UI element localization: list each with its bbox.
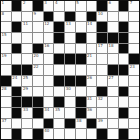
grid-cell[interactable]	[22, 119, 32, 129]
block-cell	[97, 33, 107, 43]
clue-number: 28	[2, 87, 7, 91]
grid-cell[interactable]	[44, 87, 54, 97]
grid-cell[interactable]: 15	[1, 33, 11, 43]
grid-cell[interactable]: 1	[1, 1, 11, 11]
grid-cell[interactable]: 33	[22, 108, 32, 118]
grid-cell[interactable]	[129, 108, 139, 118]
grid-cell[interactable]	[33, 22, 43, 32]
clue-number: 35	[55, 108, 60, 112]
grid-cell[interactable]	[76, 129, 86, 139]
grid-cell[interactable]	[119, 97, 129, 107]
grid-cell[interactable]	[1, 44, 11, 54]
grid-cell[interactable]	[22, 12, 32, 22]
grid-cell[interactable]	[54, 119, 64, 129]
grid-cell[interactable]: 40	[44, 129, 54, 139]
grid-cell[interactable]	[12, 119, 22, 129]
clue-number: 20	[34, 54, 39, 58]
block-cell	[87, 119, 97, 129]
grid-cell[interactable]	[119, 12, 129, 22]
block-cell	[97, 22, 107, 32]
grid-cell[interactable]: 8	[1, 12, 11, 22]
clue-number: 19	[2, 54, 7, 58]
grid-cell[interactable]	[76, 22, 86, 32]
block-cell	[12, 44, 22, 54]
clue-number: 13	[66, 22, 71, 26]
clue-number: 25	[23, 76, 28, 80]
clue-number: 1	[2, 1, 5, 5]
grid-cell[interactable]	[65, 129, 75, 139]
grid-cell[interactable]	[108, 12, 118, 22]
grid-cell[interactable]	[54, 12, 64, 22]
grid-cell[interactable]	[1, 22, 11, 32]
clue-number: 36	[87, 108, 92, 112]
block-cell	[108, 65, 118, 75]
grid-cell[interactable]	[97, 54, 107, 64]
grid-cell[interactable]	[33, 119, 43, 129]
grid-cell[interactable]: 10	[97, 12, 107, 22]
clue-number: 6	[108, 1, 111, 5]
grid-cell[interactable]	[33, 33, 43, 43]
block-cell	[54, 22, 64, 32]
grid-cell[interactable]	[65, 1, 75, 11]
clue-number: 10	[98, 12, 103, 16]
grid-cell[interactable]	[108, 119, 118, 129]
grid-cell[interactable]	[1, 108, 11, 118]
grid-cell[interactable]: 28	[1, 87, 11, 97]
grid-cell[interactable]: 37	[1, 119, 11, 129]
block-cell	[119, 1, 129, 11]
grid-cell[interactable]	[108, 129, 118, 139]
clue-number: 4	[55, 1, 58, 5]
clue-number: 17	[98, 44, 103, 48]
grid-cell[interactable]	[54, 129, 64, 139]
grid-cell[interactable]	[129, 33, 139, 43]
block-cell	[54, 54, 64, 64]
block-cell	[87, 12, 97, 22]
clue-number: 39	[98, 119, 103, 123]
grid-cell[interactable]	[44, 65, 54, 75]
grid-cell[interactable]	[1, 65, 11, 75]
grid-cell[interactable]: 18	[108, 44, 118, 54]
block-cell	[12, 1, 22, 11]
clue-number: 23	[130, 65, 135, 69]
grid-cell[interactable]	[108, 87, 118, 97]
grid-cell[interactable]	[129, 97, 139, 107]
grid-cell[interactable]: 29	[22, 87, 32, 97]
grid-cell[interactable]	[108, 97, 118, 107]
grid-cell[interactable]	[97, 65, 107, 75]
clue-number: 32	[98, 97, 103, 101]
block-cell	[44, 12, 54, 22]
grid-cell[interactable]: 23	[129, 65, 139, 75]
block-cell	[76, 97, 86, 107]
grid-cell[interactable]: 19	[1, 54, 11, 64]
block-cell	[12, 22, 22, 32]
block-cell	[22, 97, 32, 107]
grid-cell[interactable]: 6	[108, 1, 118, 11]
block-cell	[129, 54, 139, 64]
block-cell	[76, 54, 86, 64]
block-cell	[12, 97, 22, 107]
grid-cell[interactable]	[129, 76, 139, 86]
block-cell	[119, 108, 129, 118]
grid-cell[interactable]	[119, 54, 129, 64]
block-cell	[65, 54, 75, 64]
block-cell	[33, 108, 43, 118]
grid-cell[interactable]	[108, 54, 118, 64]
block-cell	[119, 22, 129, 32]
grid-cell[interactable]	[87, 129, 97, 139]
grid-cell[interactable]	[12, 54, 22, 64]
block-cell	[65, 12, 75, 22]
grid-cell[interactable]: 26	[87, 76, 97, 86]
clue-number: 12	[44, 22, 49, 26]
block-cell	[119, 129, 129, 139]
grid-cell[interactable]	[22, 54, 32, 64]
clue-number: 7	[130, 1, 133, 5]
grid-cell[interactable]: 17	[97, 44, 107, 54]
grid-cell[interactable]	[1, 129, 11, 139]
grid-cell[interactable]	[76, 12, 86, 22]
clue-number: 38	[76, 119, 81, 123]
grid-cell[interactable]	[129, 119, 139, 129]
block-cell	[54, 76, 64, 86]
grid-cell[interactable]: 22	[33, 65, 43, 75]
grid-cell[interactable]	[108, 22, 118, 32]
grid-cell[interactable]	[44, 33, 54, 43]
block-cell	[33, 1, 43, 11]
clue-number: 3	[44, 1, 47, 5]
grid-cell[interactable]	[44, 97, 54, 107]
block-cell	[65, 119, 75, 129]
clue-number: 34	[44, 108, 49, 112]
block-cell	[12, 129, 22, 139]
grid-cell[interactable]	[12, 33, 22, 43]
grid-cell[interactable]: 13	[65, 22, 75, 32]
block-cell	[97, 129, 107, 139]
grid-cell[interactable]: 14	[87, 22, 97, 32]
grid-cell[interactable]	[76, 65, 86, 75]
block-cell	[22, 65, 32, 75]
clue-number: 16	[44, 44, 49, 48]
grid-cell[interactable]: 5	[76, 1, 86, 11]
block-cell	[76, 33, 86, 43]
grid-cell[interactable]	[129, 129, 139, 139]
grid-cell[interactable]	[129, 87, 139, 97]
grid-cell[interactable]: 32	[97, 97, 107, 107]
block-cell	[119, 65, 129, 75]
grid-cell[interactable]	[87, 87, 97, 97]
clue-number: 30	[66, 87, 71, 91]
grid-cell[interactable]	[22, 129, 32, 139]
block-cell	[12, 108, 22, 118]
clue-number: 26	[87, 76, 92, 80]
block-cell	[12, 65, 22, 75]
block-cell	[12, 87, 22, 97]
grid-cell[interactable]	[76, 44, 86, 54]
grid-cell[interactable]	[97, 108, 107, 118]
grid-cell[interactable]: 21	[87, 54, 97, 64]
grid-cell[interactable]: 20	[33, 54, 43, 64]
grid-cell[interactable]	[54, 87, 64, 97]
grid-cell[interactable]: 12	[44, 22, 54, 32]
grid-cell[interactable]	[129, 12, 139, 22]
block-cell	[119, 33, 129, 43]
grid-cell[interactable]	[33, 87, 43, 97]
clue-number: 21	[87, 54, 92, 58]
grid-cell[interactable]	[54, 65, 64, 75]
grid-cell[interactable]: 25	[22, 76, 32, 86]
grid-cell[interactable]: 31	[87, 97, 97, 107]
grid-cell[interactable]: 11	[22, 22, 32, 32]
grid-cell[interactable]	[44, 76, 54, 86]
grid-cell[interactable]	[108, 108, 118, 118]
grid-cell[interactable]	[22, 33, 32, 43]
grid-cell[interactable]: 3	[44, 1, 54, 11]
clue-number: 31	[87, 97, 92, 101]
clue-number: 2	[23, 1, 26, 5]
grid-cell[interactable]	[87, 65, 97, 75]
block-cell	[97, 1, 107, 11]
block-cell	[54, 97, 64, 107]
clue-number: 40	[44, 129, 49, 133]
clue-number: 22	[34, 65, 39, 69]
grid-cell[interactable]	[129, 44, 139, 54]
grid-cell[interactable]	[65, 108, 75, 118]
grid-cell[interactable]	[87, 44, 97, 54]
crossword-puzzle: 1234567891011121314151617181920212223242…	[0, 0, 140, 140]
grid-cell[interactable]	[1, 97, 11, 107]
grid-cell[interactable]	[87, 33, 97, 43]
clue-number: 8	[2, 12, 5, 16]
grid-cell[interactable]: 36	[87, 108, 97, 118]
grid-cell[interactable]	[119, 76, 129, 86]
block-cell	[119, 44, 129, 54]
block-cell	[54, 33, 64, 43]
grid-cell[interactable]: 24	[12, 76, 22, 86]
clue-number: 29	[23, 87, 28, 91]
grid-cell[interactable]	[44, 54, 54, 64]
block-cell	[119, 87, 129, 97]
block-cell	[76, 108, 86, 118]
clue-number: 33	[23, 108, 28, 112]
clue-number: 18	[108, 44, 113, 48]
grid-cell[interactable]: 27	[108, 76, 118, 86]
grid-cell[interactable]	[65, 97, 75, 107]
clue-number: 24	[12, 76, 17, 80]
clue-number: 5	[76, 1, 79, 5]
grid-cell[interactable]	[87, 1, 97, 11]
block-cell	[65, 76, 75, 86]
clue-number: 9	[34, 12, 37, 16]
grid-cell[interactable]	[54, 44, 64, 54]
block-cell	[33, 97, 43, 107]
grid-cell[interactable]: 38	[76, 119, 86, 129]
block-cell	[97, 87, 107, 97]
grid-cell[interactable]: 35	[54, 108, 64, 118]
clue-number: 37	[2, 119, 7, 123]
grid-cell[interactable]	[65, 65, 75, 75]
block-cell	[108, 33, 118, 43]
grid-cell[interactable]	[97, 76, 107, 86]
grid-cell[interactable]: 34	[44, 108, 54, 118]
grid-cell[interactable]: 16	[44, 44, 54, 54]
clue-number: 15	[2, 33, 7, 37]
grid-cell[interactable]	[119, 119, 129, 129]
grid-cell[interactable]	[65, 44, 75, 54]
clue-number: 11	[23, 22, 28, 26]
grid-cell[interactable]	[12, 12, 22, 22]
grid-cell[interactable]: 4	[54, 1, 64, 11]
grid-cell[interactable]: 39	[97, 119, 107, 129]
grid-cell[interactable]	[22, 44, 32, 54]
grid-cell[interactable]: 30	[65, 87, 75, 97]
grid-cell[interactable]	[129, 22, 139, 32]
grid-cell[interactable]: 9	[33, 12, 43, 22]
grid-cell[interactable]: 7	[129, 1, 139, 11]
block-cell	[1, 76, 11, 86]
block-cell	[33, 129, 43, 139]
block-cell	[33, 44, 43, 54]
crossword-grid: 1234567891011121314151617181920212223242…	[0, 0, 140, 140]
clue-number: 14	[87, 22, 92, 26]
grid-cell[interactable]: 2	[22, 1, 32, 11]
grid-cell[interactable]	[76, 87, 86, 97]
block-cell	[76, 76, 86, 86]
block-cell	[44, 119, 54, 129]
clue-number: 27	[108, 76, 113, 80]
grid-cell[interactable]	[65, 33, 75, 43]
grid-cell[interactable]	[33, 76, 43, 86]
